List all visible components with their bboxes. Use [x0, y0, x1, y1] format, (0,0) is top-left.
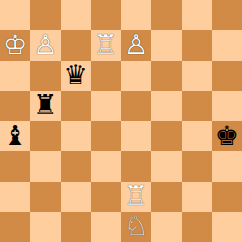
square-g7[interactable] — [182, 30, 212, 60]
square-b2[interactable] — [30, 182, 60, 212]
white-pawn[interactable]: ♙ — [124, 31, 148, 58]
square-e6[interactable] — [121, 61, 151, 91]
square-f2[interactable] — [151, 182, 181, 212]
square-d7[interactable]: ♖ — [91, 30, 121, 60]
square-b3[interactable] — [30, 151, 60, 181]
square-c6[interactable]: ♛ — [61, 61, 91, 91]
square-e1[interactable]: ♘ — [121, 212, 151, 242]
square-e4[interactable] — [121, 121, 151, 151]
square-e2[interactable]: ♖ — [121, 182, 151, 212]
square-a6[interactable] — [0, 61, 30, 91]
square-g8[interactable] — [182, 0, 212, 30]
square-a8[interactable] — [0, 0, 30, 30]
square-a3[interactable] — [0, 151, 30, 181]
square-h6[interactable] — [212, 61, 242, 91]
square-e3[interactable] — [121, 151, 151, 181]
white-rook[interactable]: ♖ — [124, 182, 148, 209]
square-f6[interactable] — [151, 61, 181, 91]
square-h7[interactable] — [212, 30, 242, 60]
square-b8[interactable] — [30, 0, 60, 30]
black-rook[interactable]: ♜ — [33, 91, 57, 118]
square-e8[interactable] — [121, 0, 151, 30]
square-f7[interactable] — [151, 30, 181, 60]
square-h2[interactable] — [212, 182, 242, 212]
square-a2[interactable] — [0, 182, 30, 212]
square-g5[interactable] — [182, 91, 212, 121]
square-c2[interactable] — [61, 182, 91, 212]
square-d2[interactable] — [91, 182, 121, 212]
white-king[interactable]: ♔ — [3, 31, 27, 58]
square-c5[interactable] — [61, 91, 91, 121]
square-g4[interactable] — [182, 121, 212, 151]
square-b4[interactable] — [30, 121, 60, 151]
square-h4[interactable]: ♚ — [212, 121, 242, 151]
square-c3[interactable] — [61, 151, 91, 181]
white-knight[interactable]: ♘ — [124, 212, 148, 239]
square-f4[interactable] — [151, 121, 181, 151]
square-h8[interactable] — [212, 0, 242, 30]
square-a5[interactable] — [0, 91, 30, 121]
black-bishop[interactable]: ♝ — [3, 122, 27, 149]
square-g6[interactable] — [182, 61, 212, 91]
square-f1[interactable] — [151, 212, 181, 242]
square-b6[interactable] — [30, 61, 60, 91]
square-f8[interactable] — [151, 0, 181, 30]
square-h1[interactable] — [212, 212, 242, 242]
square-b1[interactable] — [30, 212, 60, 242]
black-king[interactable]: ♚ — [215, 122, 239, 149]
square-d1[interactable] — [91, 212, 121, 242]
square-b7[interactable]: ♙ — [30, 30, 60, 60]
square-f5[interactable] — [151, 91, 181, 121]
square-h3[interactable] — [212, 151, 242, 181]
square-c1[interactable] — [61, 212, 91, 242]
square-g3[interactable] — [182, 151, 212, 181]
square-e5[interactable] — [121, 91, 151, 121]
square-d8[interactable] — [91, 0, 121, 30]
square-g1[interactable] — [182, 212, 212, 242]
white-rook[interactable]: ♖ — [94, 31, 118, 58]
square-d5[interactable] — [91, 91, 121, 121]
square-e7[interactable]: ♙ — [121, 30, 151, 60]
white-pawn[interactable]: ♙ — [33, 31, 57, 58]
square-d3[interactable] — [91, 151, 121, 181]
square-h5[interactable] — [212, 91, 242, 121]
square-d6[interactable] — [91, 61, 121, 91]
square-d4[interactable] — [91, 121, 121, 151]
square-c8[interactable] — [61, 0, 91, 30]
square-f3[interactable] — [151, 151, 181, 181]
square-a4[interactable]: ♝ — [0, 121, 30, 151]
square-g2[interactable] — [182, 182, 212, 212]
square-a7[interactable]: ♔ — [0, 30, 30, 60]
square-b5[interactable]: ♜ — [30, 91, 60, 121]
black-queen[interactable]: ♛ — [64, 61, 88, 88]
chess-board: ♔♙♖♙♛♜♝♚♖♘ — [0, 0, 242, 242]
square-c7[interactable] — [61, 30, 91, 60]
square-a1[interactable] — [0, 212, 30, 242]
square-c4[interactable] — [61, 121, 91, 151]
